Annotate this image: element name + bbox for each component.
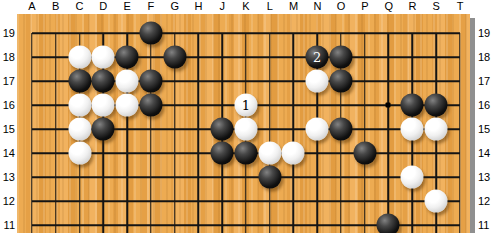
intersection-G16[interactable] xyxy=(163,93,187,117)
intersection-O13[interactable] xyxy=(329,165,353,189)
intersection-K11[interactable] xyxy=(234,213,258,233)
intersection-O12[interactable] xyxy=(329,189,353,213)
intersection-D11[interactable] xyxy=(91,213,115,233)
column-label-K: K xyxy=(242,0,249,13)
row-label-right-15: 15 xyxy=(478,123,490,136)
intersection-G11[interactable] xyxy=(163,213,187,233)
intersection-F15[interactable] xyxy=(139,117,163,141)
column-label-J: J xyxy=(219,0,225,13)
white-stone-S15 xyxy=(425,118,448,141)
row-label-left-12: 12 xyxy=(0,195,15,208)
black-stone-O18 xyxy=(329,46,352,69)
white-stone-C15 xyxy=(68,118,91,141)
black-stone-K14 xyxy=(234,142,257,165)
column-label-G: G xyxy=(170,0,179,13)
row-label-left-16: 16 xyxy=(0,99,15,112)
intersection-F12[interactable] xyxy=(139,189,163,213)
intersection-B13[interactable] xyxy=(44,165,68,189)
intersection-M17[interactable] xyxy=(282,69,306,93)
row-label-left-18: 18 xyxy=(0,51,15,64)
intersection-G18[interactable] xyxy=(163,45,187,69)
white-stone-D16 xyxy=(92,94,115,117)
intersection-J17[interactable] xyxy=(210,69,234,93)
black-stone-C17 xyxy=(68,70,91,93)
intersection-A11[interactable] xyxy=(20,213,44,233)
intersection-K14[interactable] xyxy=(234,141,258,165)
intersection-E12[interactable] xyxy=(115,189,139,213)
intersection-N17[interactable] xyxy=(305,69,329,93)
intersection-P12[interactable] xyxy=(353,189,377,213)
intersection-H12[interactable] xyxy=(186,189,210,213)
intersection-O15[interactable] xyxy=(329,117,353,141)
intersection-N11[interactable] xyxy=(305,213,329,233)
board-grid: 21 xyxy=(20,21,472,233)
intersection-F11[interactable] xyxy=(139,213,163,233)
row-label-left-15: 15 xyxy=(0,123,15,136)
intersection-G14[interactable] xyxy=(163,141,187,165)
intersection-H14[interactable] xyxy=(186,141,210,165)
intersection-T14[interactable] xyxy=(448,141,472,165)
intersection-Q16[interactable] xyxy=(377,93,401,117)
intersection-P17[interactable] xyxy=(353,69,377,93)
intersection-A17[interactable] xyxy=(20,69,44,93)
black-stone-E18 xyxy=(116,46,139,69)
intersection-C13[interactable] xyxy=(68,165,92,189)
intersection-A15[interactable] xyxy=(20,117,44,141)
intersection-H11[interactable] xyxy=(186,213,210,233)
column-label-F: F xyxy=(148,0,155,13)
black-stone-F17 xyxy=(139,70,162,93)
intersection-H13[interactable] xyxy=(186,165,210,189)
intersection-M18[interactable] xyxy=(282,45,306,69)
white-stone-D18 xyxy=(92,46,115,69)
intersection-J19[interactable] xyxy=(210,21,234,45)
intersection-L11[interactable] xyxy=(258,213,282,233)
intersection-B14[interactable] xyxy=(44,141,68,165)
intersection-N13[interactable] xyxy=(305,165,329,189)
intersection-M14[interactable] xyxy=(282,141,306,165)
row-label-right-11: 11 xyxy=(478,219,489,232)
intersection-K12[interactable] xyxy=(234,189,258,213)
column-label-P: P xyxy=(361,0,368,13)
intersection-S14[interactable] xyxy=(424,141,448,165)
column-label-T: T xyxy=(457,0,464,13)
intersection-L16[interactable] xyxy=(258,93,282,117)
black-stone-S16 xyxy=(425,94,448,117)
intersection-G19[interactable] xyxy=(163,21,187,45)
intersection-D12[interactable] xyxy=(91,189,115,213)
column-label-E: E xyxy=(123,0,130,13)
column-label-R: R xyxy=(408,0,416,13)
intersection-J11[interactable] xyxy=(210,213,234,233)
intersection-Q14[interactable] xyxy=(377,141,401,165)
intersection-K18[interactable] xyxy=(234,45,258,69)
intersection-A13[interactable] xyxy=(20,165,44,189)
intersection-L12[interactable] xyxy=(258,189,282,213)
column-label-S: S xyxy=(433,0,440,13)
black-stone-J14 xyxy=(211,142,234,165)
intersection-J14[interactable] xyxy=(210,141,234,165)
intersection-R16[interactable] xyxy=(400,93,424,117)
intersection-A18[interactable] xyxy=(20,45,44,69)
intersection-B12[interactable] xyxy=(44,189,68,213)
black-stone-O15 xyxy=(329,118,352,141)
intersection-C16[interactable] xyxy=(68,93,92,117)
intersection-D13[interactable] xyxy=(91,165,115,189)
row-label-right-16: 16 xyxy=(478,99,490,112)
intersection-P15[interactable] xyxy=(353,117,377,141)
column-label-D: D xyxy=(99,0,107,13)
intersection-G17[interactable] xyxy=(163,69,187,93)
intersection-D18[interactable] xyxy=(91,45,115,69)
intersection-O16[interactable] xyxy=(329,93,353,117)
intersection-S15[interactable] xyxy=(424,117,448,141)
intersection-S16[interactable] xyxy=(424,93,448,117)
intersection-O18[interactable] xyxy=(329,45,353,69)
row-label-left-13: 13 xyxy=(0,171,15,184)
go-board-panel: ABCDEFGHJKLMNOPQRST191918181717161615151… xyxy=(0,0,500,233)
intersection-D19[interactable] xyxy=(91,21,115,45)
intersection-H17[interactable] xyxy=(186,69,210,93)
intersection-C12[interactable] xyxy=(68,189,92,213)
white-stone-C16 xyxy=(68,94,91,117)
column-label-N: N xyxy=(313,0,321,13)
intersection-T17[interactable] xyxy=(448,69,472,93)
intersection-J13[interactable] xyxy=(210,165,234,189)
intersection-M16[interactable] xyxy=(282,93,306,117)
intersection-C11[interactable] xyxy=(68,213,92,233)
intersection-F17[interactable] xyxy=(139,69,163,93)
white-stone-S12 xyxy=(425,190,448,213)
intersection-H19[interactable] xyxy=(186,21,210,45)
black-stone-G18 xyxy=(163,46,186,69)
row-label-right-18: 18 xyxy=(478,51,490,64)
intersection-T12[interactable] xyxy=(448,189,472,213)
intersection-O17[interactable] xyxy=(329,69,353,93)
intersection-R11[interactable] xyxy=(400,213,424,233)
intersection-D17[interactable] xyxy=(91,69,115,93)
intersection-B15[interactable] xyxy=(44,117,68,141)
black-stone-J15 xyxy=(211,118,234,141)
intersection-M12[interactable] xyxy=(282,189,306,213)
intersection-E19[interactable] xyxy=(115,21,139,45)
intersection-K17[interactable] xyxy=(234,69,258,93)
intersection-T13[interactable] xyxy=(448,165,472,189)
column-label-O: O xyxy=(337,0,346,13)
white-stone-N17 xyxy=(306,70,329,93)
intersection-J12[interactable] xyxy=(210,189,234,213)
intersection-C19[interactable] xyxy=(68,21,92,45)
column-label-M: M xyxy=(289,0,298,13)
intersection-B18[interactable] xyxy=(44,45,68,69)
intersection-M19[interactable] xyxy=(282,21,306,45)
intersection-Q13[interactable] xyxy=(377,165,401,189)
black-stone-N18: 2 xyxy=(306,46,329,69)
intersection-P16[interactable] xyxy=(353,93,377,117)
intersection-F14[interactable] xyxy=(139,141,163,165)
intersection-G13[interactable] xyxy=(163,165,187,189)
intersection-A19[interactable] xyxy=(20,21,44,45)
intersection-J18[interactable] xyxy=(210,45,234,69)
column-label-H: H xyxy=(194,0,202,13)
intersection-E11[interactable] xyxy=(115,213,139,233)
intersection-R13[interactable] xyxy=(400,165,424,189)
row-label-right-14: 14 xyxy=(478,147,490,160)
intersection-Q15[interactable] xyxy=(377,117,401,141)
intersection-S19[interactable] xyxy=(424,21,448,45)
intersection-K19[interactable] xyxy=(234,21,258,45)
intersection-L17[interactable] xyxy=(258,69,282,93)
row-label-right-13: 13 xyxy=(478,171,490,184)
intersection-N15[interactable] xyxy=(305,117,329,141)
black-stone-F19 xyxy=(139,22,162,45)
intersection-M15[interactable] xyxy=(282,117,306,141)
intersection-S13[interactable] xyxy=(424,165,448,189)
intersection-O14[interactable] xyxy=(329,141,353,165)
intersection-Q19[interactable] xyxy=(377,21,401,45)
intersection-L18[interactable] xyxy=(258,45,282,69)
intersection-D16[interactable] xyxy=(91,93,115,117)
column-label-L: L xyxy=(267,0,273,13)
intersection-L14[interactable] xyxy=(258,141,282,165)
intersection-A14[interactable] xyxy=(20,141,44,165)
intersection-P18[interactable] xyxy=(353,45,377,69)
intersection-N18[interactable]: 2 xyxy=(305,45,329,69)
black-stone-D15 xyxy=(92,118,115,141)
intersection-K16[interactable]: 1 xyxy=(234,93,258,117)
intersection-B11[interactable] xyxy=(44,213,68,233)
intersection-R19[interactable] xyxy=(400,21,424,45)
row-label-right-17: 17 xyxy=(478,75,490,88)
intersection-M13[interactable] xyxy=(282,165,306,189)
white-stone-M14 xyxy=(282,142,305,165)
intersection-H15[interactable] xyxy=(186,117,210,141)
white-stone-E17 xyxy=(116,70,139,93)
intersection-A16[interactable] xyxy=(20,93,44,117)
intersection-R14[interactable] xyxy=(400,141,424,165)
intersection-F13[interactable] xyxy=(139,165,163,189)
row-label-left-19: 19 xyxy=(0,27,15,40)
row-label-left-11: 11 xyxy=(0,219,15,232)
intersection-T11[interactable] xyxy=(448,213,472,233)
intersection-J15[interactable] xyxy=(210,117,234,141)
intersection-D15[interactable] xyxy=(91,117,115,141)
intersection-R15[interactable] xyxy=(400,117,424,141)
black-stone-Q11 xyxy=(377,214,400,234)
intersection-P13[interactable] xyxy=(353,165,377,189)
move-number-label: 1 xyxy=(242,99,250,112)
intersection-A12[interactable] xyxy=(20,189,44,213)
white-stone-E16 xyxy=(116,94,139,117)
intersection-G12[interactable] xyxy=(163,189,187,213)
black-stone-F16 xyxy=(139,94,162,117)
row-label-left-14: 14 xyxy=(0,147,15,160)
intersection-Q18[interactable] xyxy=(377,45,401,69)
intersection-C14[interactable] xyxy=(68,141,92,165)
intersection-N12[interactable] xyxy=(305,189,329,213)
intersection-L15[interactable] xyxy=(258,117,282,141)
intersection-H18[interactable] xyxy=(186,45,210,69)
row-label-right-19: 19 xyxy=(478,27,490,40)
white-stone-R13 xyxy=(401,166,424,189)
black-stone-L13 xyxy=(258,166,281,189)
intersection-K13[interactable] xyxy=(234,165,258,189)
intersection-S17[interactable] xyxy=(424,69,448,93)
intersection-B19[interactable] xyxy=(44,21,68,45)
intersection-N19[interactable] xyxy=(305,21,329,45)
intersection-L13[interactable] xyxy=(258,165,282,189)
intersection-C17[interactable] xyxy=(68,69,92,93)
intersection-T15[interactable] xyxy=(448,117,472,141)
intersection-E18[interactable] xyxy=(115,45,139,69)
intersection-N16[interactable] xyxy=(305,93,329,117)
intersection-F19[interactable] xyxy=(139,21,163,45)
row-label-left-17: 17 xyxy=(0,75,15,88)
intersection-K15[interactable] xyxy=(234,117,258,141)
column-label-Q: Q xyxy=(384,0,393,13)
intersection-R17[interactable] xyxy=(400,69,424,93)
black-stone-P14 xyxy=(353,142,376,165)
white-stone-R15 xyxy=(401,118,424,141)
column-label-C: C xyxy=(76,0,84,13)
intersection-Q11[interactable] xyxy=(377,213,401,233)
intersection-R18[interactable] xyxy=(400,45,424,69)
intersection-F18[interactable] xyxy=(139,45,163,69)
black-stone-D17 xyxy=(92,70,115,93)
move-number-label: 2 xyxy=(313,51,321,64)
intersection-H16[interactable] xyxy=(186,93,210,117)
intersection-G15[interactable] xyxy=(163,117,187,141)
intersection-J16[interactable] xyxy=(210,93,234,117)
intersection-B17[interactable] xyxy=(44,69,68,93)
column-label-B: B xyxy=(52,0,59,13)
intersection-T19[interactable] xyxy=(448,21,472,45)
white-stone-N15 xyxy=(306,118,329,141)
intersection-O19[interactable] xyxy=(329,21,353,45)
intersection-E13[interactable] xyxy=(115,165,139,189)
intersection-D14[interactable] xyxy=(91,141,115,165)
intersection-E16[interactable] xyxy=(115,93,139,117)
intersection-O11[interactable] xyxy=(329,213,353,233)
star-point-Q16 xyxy=(386,103,391,108)
intersection-P19[interactable] xyxy=(353,21,377,45)
white-stone-K16: 1 xyxy=(234,94,257,117)
intersection-Q17[interactable] xyxy=(377,69,401,93)
intersection-C15[interactable] xyxy=(68,117,92,141)
intersection-M11[interactable] xyxy=(282,213,306,233)
row-label-right-12: 12 xyxy=(478,195,490,208)
black-stone-O17 xyxy=(329,70,352,93)
intersection-R12[interactable] xyxy=(400,189,424,213)
white-stone-C14 xyxy=(68,142,91,165)
white-stone-L14 xyxy=(258,142,281,165)
intersection-Q12[interactable] xyxy=(377,189,401,213)
column-label-A: A xyxy=(28,0,35,13)
intersection-F16[interactable] xyxy=(139,93,163,117)
white-stone-C18 xyxy=(68,46,91,69)
intersection-E14[interactable] xyxy=(115,141,139,165)
black-stone-R16 xyxy=(401,94,424,117)
intersection-E15[interactable] xyxy=(115,117,139,141)
intersection-C18[interactable] xyxy=(68,45,92,69)
intersection-S12[interactable] xyxy=(424,189,448,213)
intersection-B16[interactable] xyxy=(44,93,68,117)
intersection-P14[interactable] xyxy=(353,141,377,165)
intersection-P11[interactable] xyxy=(353,213,377,233)
intersection-T18[interactable] xyxy=(448,45,472,69)
intersection-S11[interactable] xyxy=(424,213,448,233)
intersection-N14[interactable] xyxy=(305,141,329,165)
intersection-T16[interactable] xyxy=(448,93,472,117)
intersection-L19[interactable] xyxy=(258,21,282,45)
intersection-E17[interactable] xyxy=(115,69,139,93)
intersection-S18[interactable] xyxy=(424,45,448,69)
white-stone-K15 xyxy=(234,118,257,141)
